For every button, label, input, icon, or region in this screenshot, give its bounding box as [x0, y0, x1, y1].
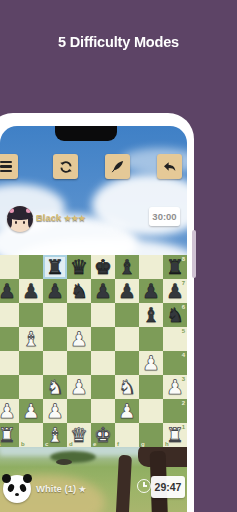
panda-ear: [2, 474, 11, 483]
piece-white-knight[interactable]: ♞: [118, 375, 136, 399]
piece-white-pawn[interactable]: ♟: [46, 399, 64, 423]
square-c6[interactable]: [43, 303, 67, 327]
promo-screenshot: 5 Difficulty Modes: [0, 0, 237, 512]
square-h7[interactable]: 7♟: [163, 279, 187, 303]
piece-black-pawn[interactable]: ♟: [94, 279, 112, 303]
horse-leg: [115, 455, 132, 512]
square-a2[interactable]: ♟: [0, 399, 19, 423]
piece-white-bishop[interactable]: ♝: [22, 327, 40, 351]
square-d6[interactable]: [67, 303, 91, 327]
opponent-name: Black ★★★: [36, 212, 86, 223]
piece-black-pawn[interactable]: ♟: [0, 279, 16, 303]
square-f7[interactable]: ♟: [115, 279, 139, 303]
menu-button[interactable]: [0, 154, 18, 179]
file-label-f: f: [117, 441, 119, 447]
flip-board-button[interactable]: [53, 154, 78, 179]
square-c1[interactable]: c♝: [43, 423, 67, 447]
square-g7[interactable]: ♟: [139, 279, 163, 303]
square-b5[interactable]: ♝: [19, 327, 43, 351]
phone-notch: [55, 126, 117, 141]
piece-black-rook[interactable]: ♜: [46, 255, 64, 279]
square-d2[interactable]: [67, 399, 91, 423]
square-h5[interactable]: 5: [163, 327, 187, 351]
file-label-b: b: [21, 441, 25, 447]
piece-white-rook[interactable]: ♜: [0, 423, 16, 447]
piece-black-pawn[interactable]: ♟: [142, 279, 160, 303]
square-a8[interactable]: [0, 255, 19, 279]
square-f4[interactable]: [115, 351, 139, 375]
square-b1[interactable]: b: [19, 423, 43, 447]
piece-black-knight[interactable]: ♞: [70, 279, 88, 303]
piece-black-pawn[interactable]: ♟: [22, 279, 40, 303]
app-screen: Black ★★★ 30:00 ♜♛♚♝8♜♟♟♟♞♟♟♟7♟♝6♞♝♟5♟4♞…: [0, 126, 187, 512]
piece-white-pawn[interactable]: ♟: [70, 327, 88, 351]
square-f2[interactable]: ♟: [115, 399, 139, 423]
square-a7[interactable]: ♟: [0, 279, 19, 303]
square-d4[interactable]: [67, 351, 91, 375]
piece-white-pawn[interactable]: ♟: [22, 399, 40, 423]
piece-white-pawn[interactable]: ♟: [166, 375, 184, 399]
rank-label-4: 4: [182, 352, 185, 358]
user-avatar: [3, 475, 31, 503]
piece-black-pawn[interactable]: ♟: [118, 279, 136, 303]
opponent-avatar: [7, 206, 33, 232]
opponent-name-text: Black: [36, 212, 61, 223]
square-g8[interactable]: [139, 255, 163, 279]
square-e3[interactable]: [91, 375, 115, 399]
piece-black-pawn[interactable]: ♟: [166, 279, 184, 303]
chess-board: ♜♛♚♝8♜♟♟♟♞♟♟♟7♟♝6♞♝♟5♟4♞♟♞3♟♟♟♟♟2a♜bc♝d♛…: [0, 255, 187, 447]
square-b3[interactable]: [19, 375, 43, 399]
square-c4[interactable]: [43, 351, 67, 375]
undo-button[interactable]: [157, 154, 182, 179]
opponent-stars: ★★★: [64, 214, 86, 223]
square-d7[interactable]: ♞: [67, 279, 91, 303]
phone-mockup: Black ★★★ 30:00 ♜♛♚♝8♜♟♟♟♞♟♟♟7♟♝6♞♝♟5♟4♞…: [0, 113, 194, 512]
square-d3[interactable]: ♟: [67, 375, 91, 399]
square-a1[interactable]: a♜: [0, 423, 19, 447]
square-f1[interactable]: f: [115, 423, 139, 447]
hamburger-menu-icon: [0, 161, 12, 173]
file-label-g: g: [141, 441, 145, 447]
square-d5[interactable]: ♟: [67, 327, 91, 351]
user-clock: 29:47: [151, 476, 185, 498]
headline: 5 Difficulty Modes: [4, 33, 234, 50]
user-stars: ★: [79, 485, 86, 494]
square-b2[interactable]: ♟: [19, 399, 43, 423]
square-d8[interactable]: ♛: [67, 255, 91, 279]
square-c5[interactable]: [43, 327, 67, 351]
piece-black-bishop[interactable]: ♝: [118, 255, 136, 279]
rank-label-2: 2: [182, 400, 185, 406]
piece-white-bishop[interactable]: ♝: [46, 423, 64, 447]
flip-refresh-icon: [58, 159, 74, 175]
piece-white-knight[interactable]: ♞: [46, 375, 64, 399]
piece-black-bishop[interactable]: ♝: [142, 303, 160, 327]
square-b6[interactable]: [19, 303, 43, 327]
piece-white-pawn[interactable]: ♟: [118, 399, 136, 423]
square-b7[interactable]: ♟: [19, 279, 43, 303]
piece-white-queen[interactable]: ♛: [70, 423, 88, 447]
square-e5[interactable]: [91, 327, 115, 351]
undo-arrow-icon: [162, 159, 178, 175]
square-g3[interactable]: [139, 375, 163, 399]
square-h8[interactable]: 8♜: [163, 255, 187, 279]
square-a3[interactable]: [0, 375, 19, 399]
square-e6[interactable]: [91, 303, 115, 327]
square-b4[interactable]: [19, 351, 43, 375]
piece-black-knight[interactable]: ♞: [166, 303, 184, 327]
square-f6[interactable]: [115, 303, 139, 327]
piece-black-rook[interactable]: ♜: [166, 255, 184, 279]
square-e1[interactable]: e♚: [91, 423, 115, 447]
clock-icon: [137, 479, 151, 493]
piece-black-king[interactable]: ♚: [94, 255, 112, 279]
square-g5[interactable]: [139, 327, 163, 351]
square-c3[interactable]: ♞: [43, 375, 67, 399]
phone-side-button: [192, 230, 196, 278]
piece-white-king[interactable]: ♚: [94, 423, 112, 447]
piece-black-pawn[interactable]: ♟: [46, 279, 64, 303]
square-b8[interactable]: [19, 255, 43, 279]
square-e8[interactable]: ♚: [91, 255, 115, 279]
square-f5[interactable]: [115, 327, 139, 351]
feather-hint-icon: [110, 159, 125, 174]
user-name: White (1) ★: [36, 483, 86, 494]
square-h4[interactable]: 4: [163, 351, 187, 375]
rock: [56, 459, 72, 465]
square-e2[interactable]: [91, 399, 115, 423]
square-a4[interactable]: [0, 351, 19, 375]
piece-black-queen[interactable]: ♛: [70, 255, 88, 279]
square-h6[interactable]: 6♞: [163, 303, 187, 327]
piece-white-pawn[interactable]: ♟: [70, 375, 88, 399]
hint-button[interactable]: [105, 154, 130, 179]
rank-label-5: 5: [182, 328, 185, 334]
square-h1[interactable]: 1h♜: [163, 423, 187, 447]
square-a5[interactable]: [0, 327, 19, 351]
square-h3[interactable]: 3♟: [163, 375, 187, 399]
piece-white-pawn[interactable]: ♟: [142, 351, 160, 375]
square-e7[interactable]: ♟: [91, 279, 115, 303]
square-f8[interactable]: ♝: [115, 255, 139, 279]
square-g4[interactable]: ♟: [139, 351, 163, 375]
square-h2[interactable]: 2: [163, 399, 187, 423]
piece-white-rook[interactable]: ♜: [166, 423, 184, 447]
square-g1[interactable]: g: [139, 423, 163, 447]
square-f3[interactable]: ♞: [115, 375, 139, 399]
square-g2[interactable]: [139, 399, 163, 423]
square-g6[interactable]: ♝: [139, 303, 163, 327]
opponent-clock: 30:00: [149, 207, 180, 226]
piece-white-pawn[interactable]: ♟: [0, 399, 16, 423]
square-a6[interactable]: [0, 303, 19, 327]
square-c2[interactable]: ♟: [43, 399, 67, 423]
square-c7[interactable]: ♟: [43, 279, 67, 303]
square-d1[interactable]: d♛: [67, 423, 91, 447]
square-e4[interactable]: [91, 351, 115, 375]
user-name-text: White (1): [36, 483, 76, 494]
square-c8[interactable]: ♜: [43, 255, 67, 279]
panda-ear: [23, 474, 32, 483]
